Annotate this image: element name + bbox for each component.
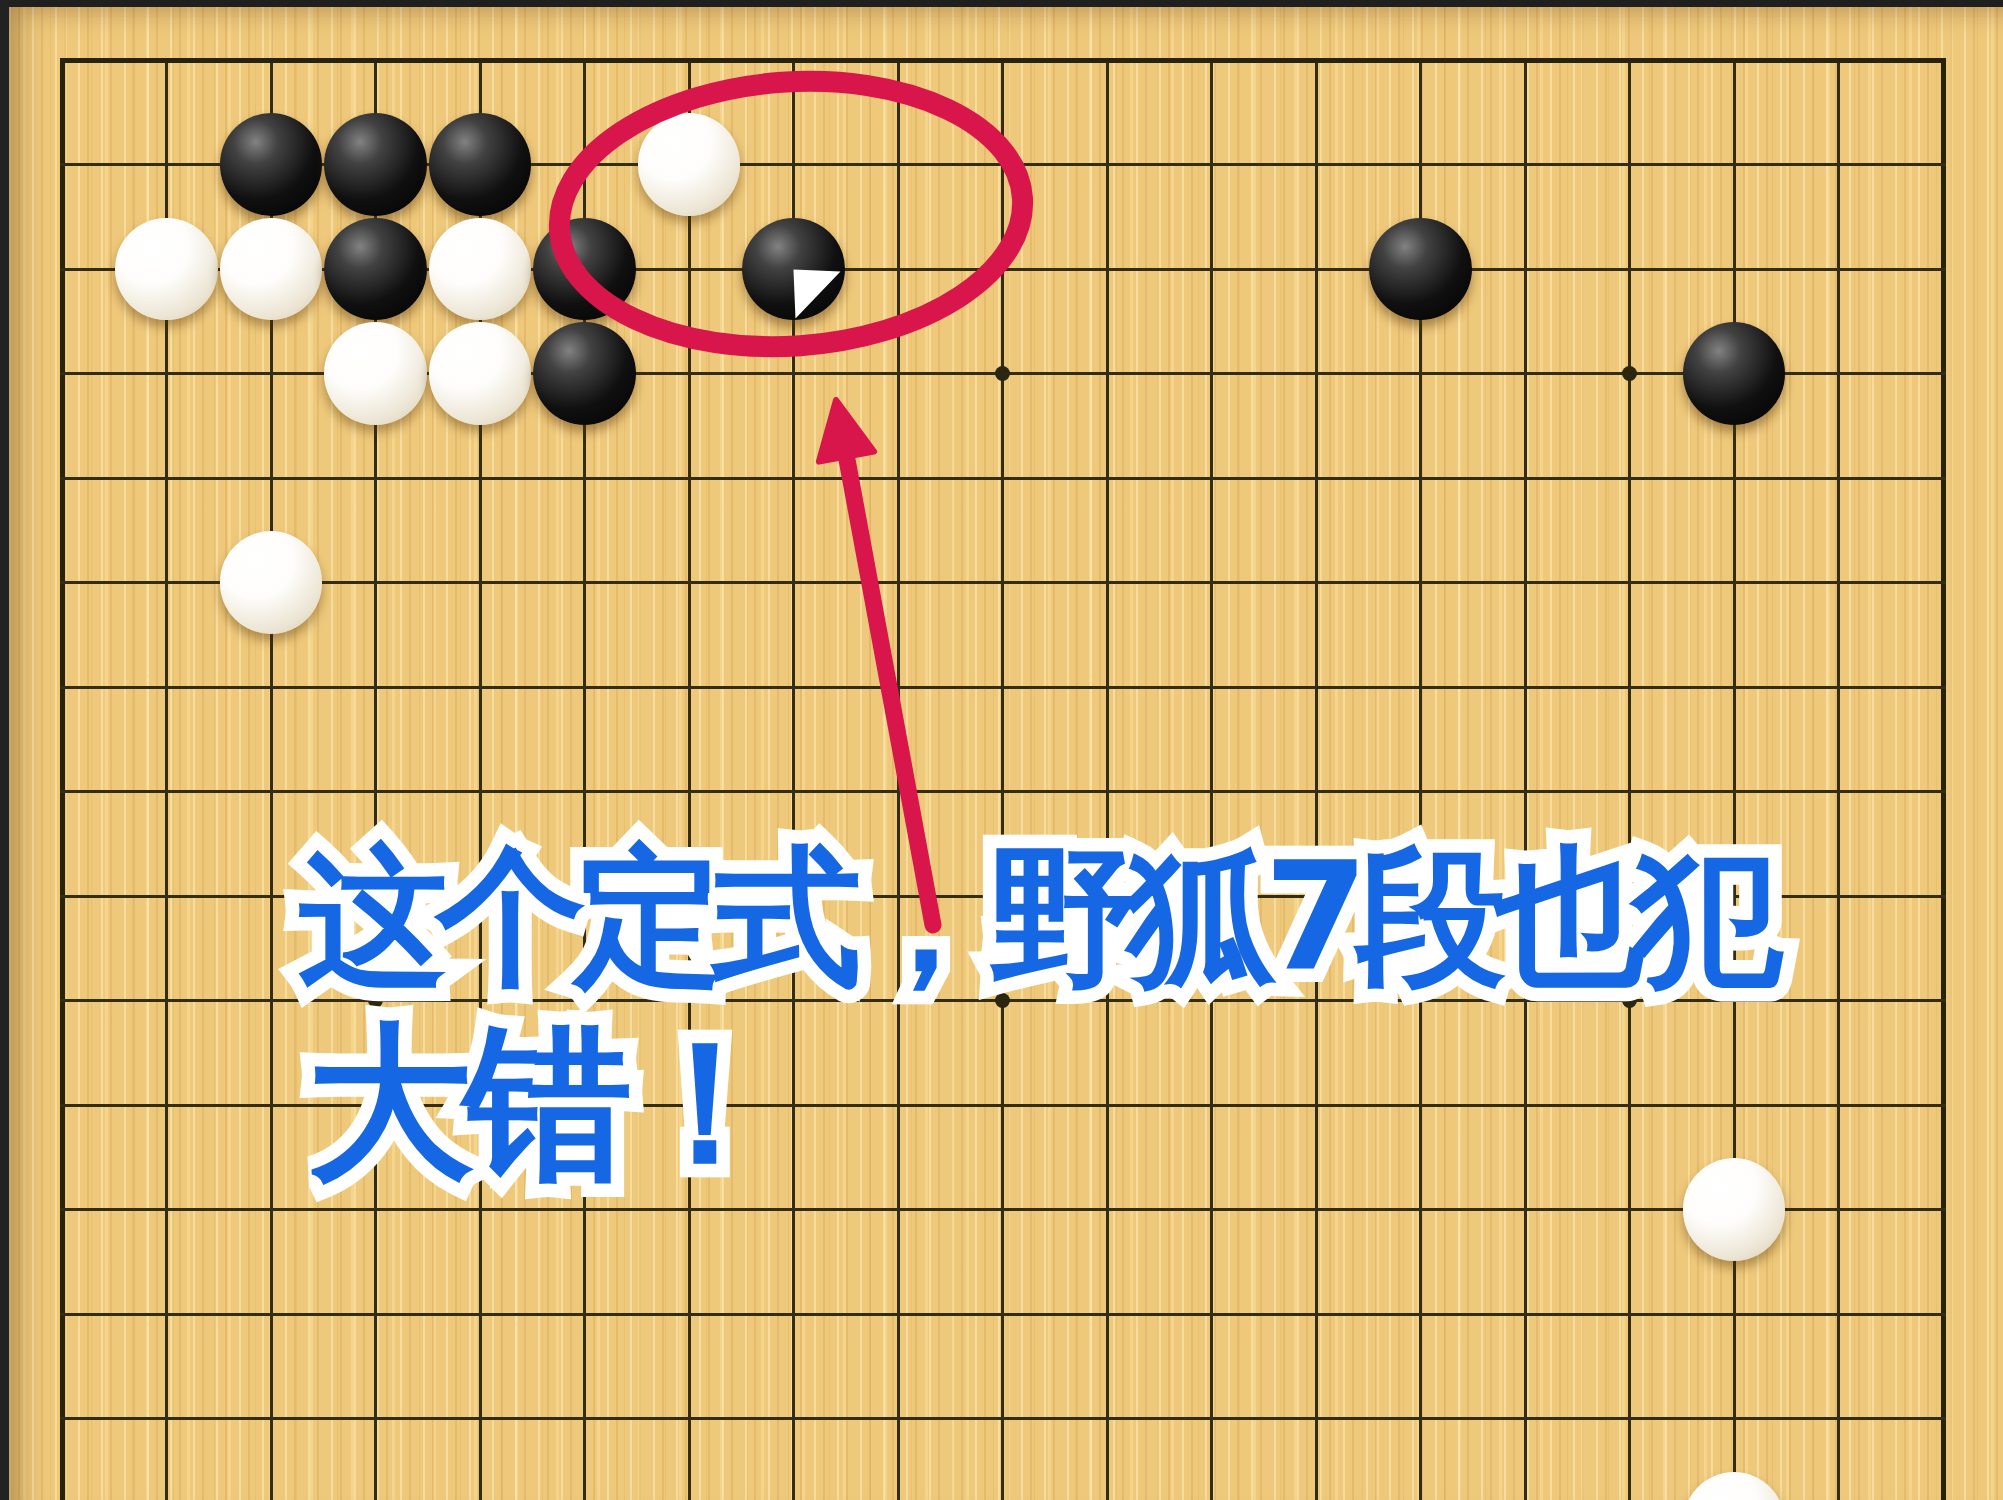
go-board-screenshot: 这个定式，野狐7段也犯 这个定式，野狐7段也犯 大错！ 大错！: [0, 0, 2003, 1500]
red-arrow-shaft: [842, 435, 933, 925]
red-ellipse-highlight: [550, 66, 1031, 362]
red-arrow-head: [819, 400, 874, 462]
red-annotation-overlay: [0, 0, 2003, 1500]
